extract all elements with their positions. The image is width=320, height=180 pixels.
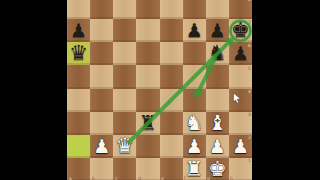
square-e6[interactable] [160, 42, 183, 65]
rank-coordinate-7: 7 [248, 20, 251, 25]
square-c5[interactable] [113, 65, 136, 88]
file-coordinate-e: e [161, 176, 164, 180]
rank-coordinate-1: 1 [248, 158, 251, 163]
square-h4[interactable]: 4 [229, 89, 252, 112]
square-e7[interactable] [160, 19, 183, 42]
square-b5[interactable] [90, 65, 113, 88]
square-f7[interactable]: ♟ [183, 19, 206, 42]
square-c6[interactable] [113, 42, 136, 65]
piece-black-pawn-g7[interactable]: ♟ [206, 19, 229, 42]
file-coordinate-b: b [92, 176, 95, 180]
piece-white-rook-f1[interactable]: ♜ [183, 158, 206, 180]
chessboard[interactable]: 8♟♟♟7♚♛♞6♟54♜♞♝3♟♛♟♟2♟abcdef♜g♚1h [67, 0, 252, 180]
square-g4[interactable] [206, 89, 229, 112]
square-g7[interactable]: ♟ [206, 19, 229, 42]
square-g1[interactable]: g♚ [206, 158, 229, 180]
square-h7[interactable]: 7♚ [229, 19, 252, 42]
square-b8[interactable] [90, 0, 113, 19]
piece-black-pawn-f7[interactable]: ♟ [183, 19, 206, 42]
square-h2[interactable]: 2♟ [229, 135, 252, 158]
square-d1[interactable]: d [136, 158, 159, 180]
square-d5[interactable] [136, 65, 159, 88]
square-d7[interactable] [136, 19, 159, 42]
piece-white-pawn-f2[interactable]: ♟ [183, 135, 206, 158]
square-e8[interactable] [160, 0, 183, 19]
square-a3[interactable] [67, 112, 90, 135]
square-f4[interactable] [183, 89, 206, 112]
square-h8[interactable]: 8 [229, 0, 252, 19]
square-f2[interactable]: ♟ [183, 135, 206, 158]
rank-coordinate-3: 3 [248, 112, 251, 117]
square-a7[interactable]: ♟ [67, 19, 90, 42]
piece-black-rook-d3[interactable]: ♜ [136, 112, 159, 135]
square-e5[interactable] [160, 65, 183, 88]
square-f3[interactable]: ♞ [183, 112, 206, 135]
square-b6[interactable] [90, 42, 113, 65]
square-c2[interactable]: ♛ [113, 135, 136, 158]
piece-black-queen-a6[interactable]: ♛ [67, 42, 90, 65]
square-f5[interactable] [183, 65, 206, 88]
piece-white-queen-c2[interactable]: ♛ [113, 135, 136, 158]
file-coordinate-c: c [115, 176, 117, 180]
square-h1[interactable]: 1h [229, 158, 252, 180]
rank-coordinate-5: 5 [248, 66, 251, 71]
piece-white-pawn-b2[interactable]: ♟ [90, 135, 113, 158]
square-d2[interactable] [136, 135, 159, 158]
square-d8[interactable] [136, 0, 159, 19]
square-b4[interactable] [90, 89, 113, 112]
square-a2[interactable] [67, 135, 90, 158]
square-a5[interactable] [67, 65, 90, 88]
square-f8[interactable] [183, 0, 206, 19]
square-a1[interactable]: a [67, 158, 90, 180]
file-coordinate-g: g [207, 176, 210, 180]
square-f1[interactable]: f♜ [183, 158, 206, 180]
letterbox-right [252, 0, 320, 180]
letterbox-left [0, 0, 67, 180]
file-coordinate-h: h [230, 176, 233, 180]
file-coordinate-f: f [184, 176, 186, 180]
square-g5[interactable] [206, 65, 229, 88]
square-g2[interactable]: ♟ [206, 135, 229, 158]
piece-black-pawn-a7[interactable]: ♟ [67, 19, 90, 42]
square-g8[interactable] [206, 0, 229, 19]
square-b2[interactable]: ♟ [90, 135, 113, 158]
square-g3[interactable]: ♝ [206, 112, 229, 135]
rank-coordinate-4: 4 [248, 89, 251, 94]
piece-white-knight-f3[interactable]: ♞ [183, 112, 206, 135]
square-e1[interactable]: e [160, 158, 183, 180]
piece-black-knight-g6[interactable]: ♞ [206, 42, 229, 65]
square-b7[interactable] [90, 19, 113, 42]
rank-coordinate-2: 2 [248, 135, 251, 140]
square-e4[interactable] [160, 89, 183, 112]
square-b3[interactable] [90, 112, 113, 135]
file-coordinate-a: a [69, 176, 72, 180]
square-c4[interactable] [113, 89, 136, 112]
square-c8[interactable] [113, 0, 136, 19]
piece-white-bishop-g3[interactable]: ♝ [206, 112, 229, 135]
square-h5[interactable]: 5 [229, 65, 252, 88]
square-c7[interactable] [113, 19, 136, 42]
square-a4[interactable] [67, 89, 90, 112]
square-a8[interactable] [67, 0, 90, 19]
square-c3[interactable] [113, 112, 136, 135]
square-b1[interactable]: b [90, 158, 113, 180]
rank-coordinate-8: 8 [248, 0, 251, 1]
square-g6[interactable]: ♞ [206, 42, 229, 65]
screenshot-stage: 8♟♟♟7♚♛♞6♟54♜♞♝3♟♛♟♟2♟abcdef♜g♚1h [0, 0, 320, 180]
square-d6[interactable] [136, 42, 159, 65]
square-a6[interactable]: ♛ [67, 42, 90, 65]
square-e2[interactable] [160, 135, 183, 158]
piece-white-pawn-g2[interactable]: ♟ [206, 135, 229, 158]
square-c1[interactable]: c [113, 158, 136, 180]
square-e3[interactable] [160, 112, 183, 135]
square-h3[interactable]: 3 [229, 112, 252, 135]
rank-coordinate-6: 6 [248, 43, 251, 48]
square-d4[interactable] [136, 89, 159, 112]
file-coordinate-d: d [138, 176, 141, 180]
square-h6[interactable]: 6♟ [229, 42, 252, 65]
square-d3[interactable]: ♜ [136, 112, 159, 135]
square-f6[interactable] [183, 42, 206, 65]
